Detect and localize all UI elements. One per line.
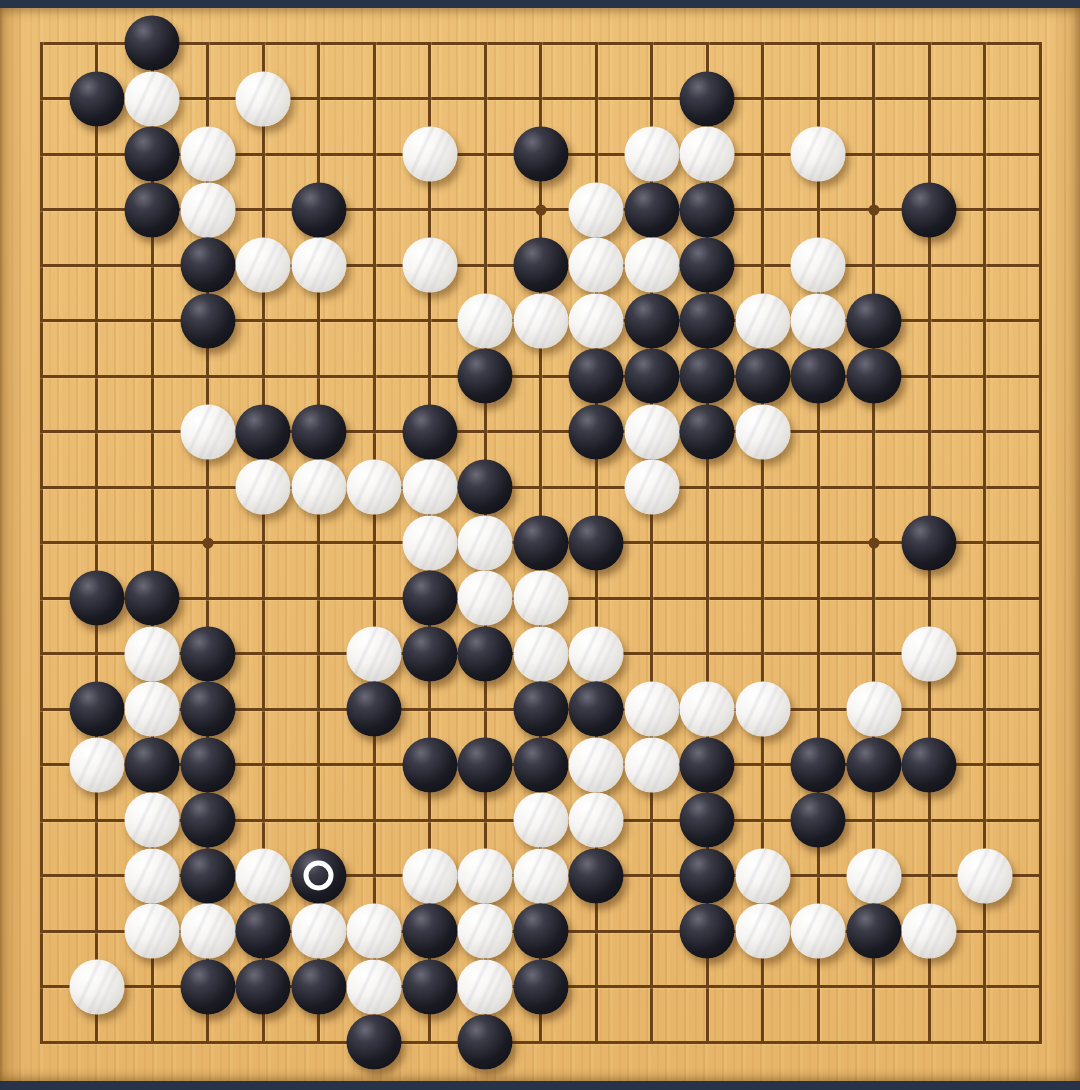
black-stone [846,293,901,348]
black-stone [902,182,957,237]
black-stone [180,737,235,792]
white-stone [569,293,624,348]
white-stone [347,959,402,1014]
white-stone [69,737,124,792]
star-point [868,537,879,548]
black-stone [180,848,235,903]
white-stone [402,460,457,515]
black-stone [180,238,235,293]
white-stone [791,293,846,348]
black-stone [846,349,901,404]
black-stone [680,238,735,293]
black-stone [569,515,624,570]
black-stone [236,904,291,959]
bottom-chrome-strip [0,1081,1080,1090]
black-stone [402,904,457,959]
white-stone [569,793,624,848]
white-stone [513,626,568,681]
black-stone [458,626,513,681]
black-stone [902,737,957,792]
black-stone [624,293,679,348]
white-stone [791,904,846,959]
white-stone [347,904,402,959]
black-stone [680,404,735,459]
white-stone [458,959,513,1014]
black-stone [680,349,735,404]
white-stone [125,904,180,959]
white-stone [402,238,457,293]
black-stone [846,904,901,959]
black-stone [513,682,568,737]
white-stone [902,904,957,959]
white-stone [735,848,790,903]
white-stone [125,793,180,848]
black-stone [291,848,346,903]
black-stone [513,737,568,792]
black-stone [291,182,346,237]
black-stone [125,571,180,626]
black-stone [680,71,735,126]
white-stone [624,238,679,293]
grid-line-vertical [1039,42,1042,1044]
black-stone [180,959,235,1014]
black-stone [569,848,624,903]
white-stone [513,793,568,848]
white-stone [458,571,513,626]
white-stone [125,71,180,126]
white-stone [513,848,568,903]
black-stone [347,682,402,737]
white-stone [458,515,513,570]
white-stone [291,904,346,959]
white-stone [180,127,235,182]
black-stone [846,737,901,792]
white-stone [236,71,291,126]
black-stone [680,793,735,848]
white-stone [735,904,790,959]
white-stone [402,515,457,570]
white-stone [846,848,901,903]
white-stone [236,460,291,515]
white-stone [236,848,291,903]
white-stone [513,293,568,348]
black-stone [902,515,957,570]
white-stone [347,626,402,681]
white-stone [624,682,679,737]
white-stone [735,404,790,459]
star-point [535,204,546,215]
white-stone [624,404,679,459]
white-stone [180,182,235,237]
white-stone [513,571,568,626]
white-stone [291,238,346,293]
grid-line-vertical [817,42,820,1044]
black-stone [513,238,568,293]
black-stone [402,737,457,792]
white-stone [458,293,513,348]
black-stone [735,349,790,404]
black-stone [458,737,513,792]
black-stone [458,349,513,404]
go-board[interactable] [0,8,1080,1081]
white-stone [402,127,457,182]
last-move-marker [304,861,334,891]
top-chrome-strip [0,0,1080,8]
go-app-screen [0,0,1080,1090]
white-stone [458,904,513,959]
black-stone [69,682,124,737]
black-stone [513,127,568,182]
white-stone [624,737,679,792]
white-stone [347,460,402,515]
black-stone [236,404,291,459]
black-stone [402,626,457,681]
black-stone [402,571,457,626]
black-stone [791,737,846,792]
white-stone [735,293,790,348]
white-stone [180,904,235,959]
black-stone [180,793,235,848]
white-stone [125,682,180,737]
black-stone [680,737,735,792]
black-stone [180,626,235,681]
black-stone [624,182,679,237]
black-stone [236,959,291,1014]
black-stone [569,682,624,737]
black-stone [569,349,624,404]
star-point [202,537,213,548]
white-stone [236,238,291,293]
white-stone [624,460,679,515]
grid-line-horizontal [40,1041,1042,1044]
black-stone [569,404,624,459]
white-stone [680,127,735,182]
black-stone [458,1015,513,1070]
black-stone [69,571,124,626]
black-stone [291,404,346,459]
white-stone [791,127,846,182]
white-stone [735,682,790,737]
white-stone [902,626,957,681]
star-point [868,204,879,215]
black-stone [458,460,513,515]
black-stone [680,848,735,903]
black-stone [125,16,180,71]
white-stone [125,626,180,681]
white-stone [957,848,1012,903]
white-stone [680,682,735,737]
white-stone [291,460,346,515]
white-stone [458,848,513,903]
black-stone [180,293,235,348]
white-stone [402,848,457,903]
black-stone [180,682,235,737]
black-stone [402,959,457,1014]
white-stone [569,238,624,293]
white-stone [569,626,624,681]
white-stone [125,848,180,903]
black-stone [125,182,180,237]
black-stone [624,349,679,404]
black-stone [513,515,568,570]
black-stone [125,127,180,182]
black-stone [791,793,846,848]
black-stone [513,959,568,1014]
black-stone [791,349,846,404]
white-stone [791,238,846,293]
black-stone [402,404,457,459]
black-stone [125,737,180,792]
white-stone [846,682,901,737]
white-stone [569,737,624,792]
black-stone [680,182,735,237]
black-stone [680,904,735,959]
white-stone [624,127,679,182]
black-stone [69,71,124,126]
white-stone [569,182,624,237]
black-stone [347,1015,402,1070]
black-stone [513,904,568,959]
black-stone [291,959,346,1014]
black-stone [680,293,735,348]
white-stone [180,404,235,459]
white-stone [69,959,124,1014]
